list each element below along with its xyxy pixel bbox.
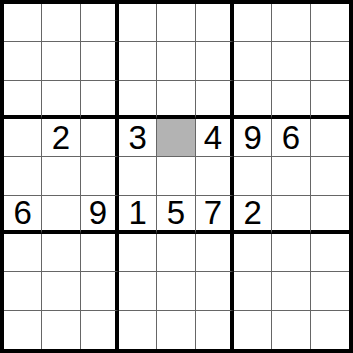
cell-r7c5[interactable] xyxy=(157,234,195,272)
cell-r6c9[interactable] xyxy=(311,196,349,234)
cell-r5c3[interactable] xyxy=(81,157,119,195)
cell-r7c3[interactable] xyxy=(81,234,119,272)
cell-r8c8[interactable] xyxy=(272,272,310,310)
cell-r9c2[interactable] xyxy=(42,311,80,349)
cell-r8c3[interactable] xyxy=(81,272,119,310)
cell-r8c1[interactable] xyxy=(4,272,42,310)
cell-r9c9[interactable] xyxy=(311,311,349,349)
cell-r2c3[interactable] xyxy=(81,42,119,80)
cell-r2c4[interactable] xyxy=(119,42,157,80)
cell-r8c6[interactable] xyxy=(196,272,234,310)
cell-r1c7[interactable] xyxy=(234,4,272,42)
cell-r2c9[interactable] xyxy=(311,42,349,80)
cell-r2c8[interactable] xyxy=(272,42,310,80)
cell-r6c2[interactable] xyxy=(42,196,80,234)
cell-r4c1[interactable] xyxy=(4,119,42,157)
cell-r6c5[interactable]: 5 xyxy=(157,196,195,234)
cell-r5c5[interactable] xyxy=(157,157,195,195)
cell-r9c1[interactable] xyxy=(4,311,42,349)
cell-r5c7[interactable] xyxy=(234,157,272,195)
cell-r3c6[interactable] xyxy=(196,81,234,119)
cell-r7c9[interactable] xyxy=(311,234,349,272)
cell-r1c9[interactable] xyxy=(311,4,349,42)
cell-r1c6[interactable] xyxy=(196,4,234,42)
cell-r3c5[interactable] xyxy=(157,81,195,119)
cell-r1c4[interactable] xyxy=(119,4,157,42)
cell-r8c2[interactable] xyxy=(42,272,80,310)
cell-r4c4[interactable]: 3 xyxy=(119,119,157,157)
sudoku-board: 23496691572 xyxy=(0,0,353,353)
cell-r5c1[interactable] xyxy=(4,157,42,195)
cell-r3c3[interactable] xyxy=(81,81,119,119)
cell-r4c9[interactable] xyxy=(311,119,349,157)
cell-r1c1[interactable] xyxy=(4,4,42,42)
cell-r4c7[interactable]: 9 xyxy=(234,119,272,157)
cell-r7c6[interactable] xyxy=(196,234,234,272)
cell-r9c4[interactable] xyxy=(119,311,157,349)
cell-r5c2[interactable] xyxy=(42,157,80,195)
cell-r8c5[interactable] xyxy=(157,272,195,310)
cell-r5c4[interactable] xyxy=(119,157,157,195)
cell-r4c6[interactable]: 4 xyxy=(196,119,234,157)
cell-r7c2[interactable] xyxy=(42,234,80,272)
cell-r7c8[interactable] xyxy=(272,234,310,272)
cell-r2c7[interactable] xyxy=(234,42,272,80)
cell-r6c4[interactable]: 1 xyxy=(119,196,157,234)
cell-r3c1[interactable] xyxy=(4,81,42,119)
cell-r8c9[interactable] xyxy=(311,272,349,310)
cell-r9c3[interactable] xyxy=(81,311,119,349)
cell-r8c4[interactable] xyxy=(119,272,157,310)
cell-r4c8[interactable]: 6 xyxy=(272,119,310,157)
cell-r3c9[interactable] xyxy=(311,81,349,119)
cell-r1c8[interactable] xyxy=(272,4,310,42)
cell-r7c7[interactable] xyxy=(234,234,272,272)
cell-r6c7[interactable]: 2 xyxy=(234,196,272,234)
cell-r4c3[interactable] xyxy=(81,119,119,157)
cell-r9c6[interactable] xyxy=(196,311,234,349)
cell-r7c4[interactable] xyxy=(119,234,157,272)
cell-r5c6[interactable] xyxy=(196,157,234,195)
cell-r9c7[interactable] xyxy=(234,311,272,349)
cell-r2c5[interactable] xyxy=(157,42,195,80)
cell-r1c3[interactable] xyxy=(81,4,119,42)
cell-r2c6[interactable] xyxy=(196,42,234,80)
cell-r1c2[interactable] xyxy=(42,4,80,42)
cell-r8c7[interactable] xyxy=(234,272,272,310)
cell-r6c8[interactable] xyxy=(272,196,310,234)
cell-r5c9[interactable] xyxy=(311,157,349,195)
cell-r7c1[interactable] xyxy=(4,234,42,272)
cell-r1c5[interactable] xyxy=(157,4,195,42)
cell-r9c8[interactable] xyxy=(272,311,310,349)
cell-r3c2[interactable] xyxy=(42,81,80,119)
cell-r6c3[interactable]: 9 xyxy=(81,196,119,234)
cell-r6c6[interactable]: 7 xyxy=(196,196,234,234)
cell-r5c8[interactable] xyxy=(272,157,310,195)
cell-r2c2[interactable] xyxy=(42,42,80,80)
cell-r6c1[interactable]: 6 xyxy=(4,196,42,234)
cell-r3c7[interactable] xyxy=(234,81,272,119)
cell-r2c1[interactable] xyxy=(4,42,42,80)
cell-r3c8[interactable] xyxy=(272,81,310,119)
cell-r9c5[interactable] xyxy=(157,311,195,349)
cell-r4c5[interactable] xyxy=(157,119,195,157)
cell-r3c4[interactable] xyxy=(119,81,157,119)
cell-r4c2[interactable]: 2 xyxy=(42,119,80,157)
